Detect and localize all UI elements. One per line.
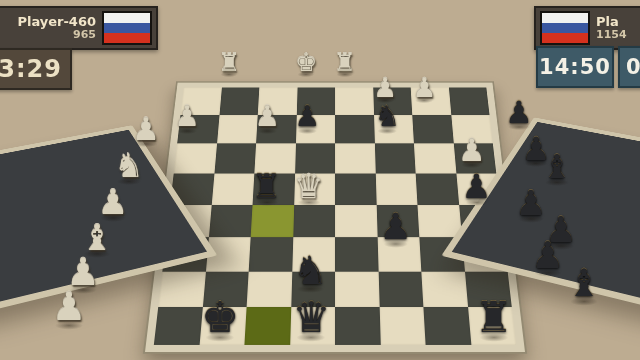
square-e4[interactable] — [294, 173, 335, 204]
square-b3[interactable] — [414, 144, 456, 174]
square-f2[interactable] — [256, 115, 296, 144]
square-e5[interactable] — [293, 205, 335, 238]
square-g1[interactable] — [219, 87, 259, 114]
square-f6[interactable] — [249, 237, 293, 271]
square-d5[interactable] — [335, 205, 377, 238]
square-b5[interactable] — [417, 205, 461, 238]
square-e2[interactable] — [296, 115, 335, 144]
square-c2[interactable] — [374, 115, 414, 144]
square-d3[interactable] — [335, 144, 375, 174]
square-d1[interactable] — [335, 87, 374, 114]
square-e6[interactable] — [292, 237, 335, 271]
square-a3[interactable] — [453, 144, 496, 174]
square-f1[interactable] — [258, 87, 297, 114]
game-stage: ♟♞♟♝♟♟♟♟♝♟♟♟♝ ♚♜♜♛♟♟♟♟♟♚♛♜♜♞♞♟♟♟ Player-… — [0, 0, 640, 360]
square-f7[interactable] — [247, 271, 292, 307]
square-d4[interactable] — [335, 173, 376, 204]
player-panel-left: Player-460 965 — [0, 6, 158, 50]
player-right-name: Pla — [596, 15, 619, 29]
square-b2[interactable] — [412, 115, 453, 144]
square-c4[interactable] — [375, 173, 417, 204]
square-f4[interactable] — [253, 173, 295, 204]
square-b8[interactable] — [423, 307, 470, 345]
player-left-name: Player-460 — [17, 15, 96, 29]
square-c8[interactable] — [379, 307, 425, 345]
square-d7[interactable] — [335, 271, 379, 307]
square-g8[interactable] — [199, 307, 246, 345]
player-panel-right: Pla 1154 — [534, 6, 640, 50]
square-f3[interactable] — [254, 144, 295, 174]
square-g5[interactable] — [208, 205, 252, 238]
square-c1[interactable] — [373, 87, 412, 114]
player-right-rating: 1154 — [596, 29, 627, 41]
square-c7[interactable] — [378, 271, 423, 307]
square-e8[interactable] — [290, 307, 335, 345]
russia-flag-icon — [102, 11, 152, 45]
square-e7[interactable] — [291, 271, 335, 307]
square-c3[interactable] — [374, 144, 415, 174]
square-d2[interactable] — [335, 115, 374, 144]
square-g3[interactable] — [214, 144, 256, 174]
right-clock: 14:50 — [536, 46, 614, 88]
square-a8[interactable] — [468, 307, 517, 345]
square-d8[interactable] — [335, 307, 380, 345]
left-clock: 3:29 — [0, 48, 72, 90]
square-c6[interactable] — [377, 237, 421, 271]
square-e1[interactable] — [296, 87, 335, 114]
square-a7[interactable] — [465, 271, 512, 307]
square-d6[interactable] — [335, 237, 378, 271]
square-f5[interactable] — [251, 205, 294, 238]
square-a2[interactable] — [451, 115, 493, 144]
board-grid — [154, 87, 516, 344]
square-g4[interactable] — [211, 173, 254, 204]
player-left-rating: 965 — [73, 29, 96, 41]
square-a1[interactable] — [449, 87, 490, 114]
square-h7[interactable] — [158, 271, 205, 307]
square-f8[interactable] — [244, 307, 290, 345]
square-h2[interactable] — [177, 115, 219, 144]
square-g7[interactable] — [202, 271, 248, 307]
square-c5[interactable] — [376, 205, 419, 238]
russia-flag-icon — [540, 11, 590, 45]
square-b7[interactable] — [421, 271, 467, 307]
square-h8[interactable] — [154, 307, 203, 345]
right-clock-extra: 0 — [618, 46, 640, 88]
square-e3[interactable] — [295, 144, 335, 174]
square-b4[interactable] — [416, 173, 459, 204]
square-b1[interactable] — [411, 87, 451, 114]
square-h3[interactable] — [174, 144, 217, 174]
square-g2[interactable] — [217, 115, 258, 144]
square-h1[interactable] — [180, 87, 221, 114]
